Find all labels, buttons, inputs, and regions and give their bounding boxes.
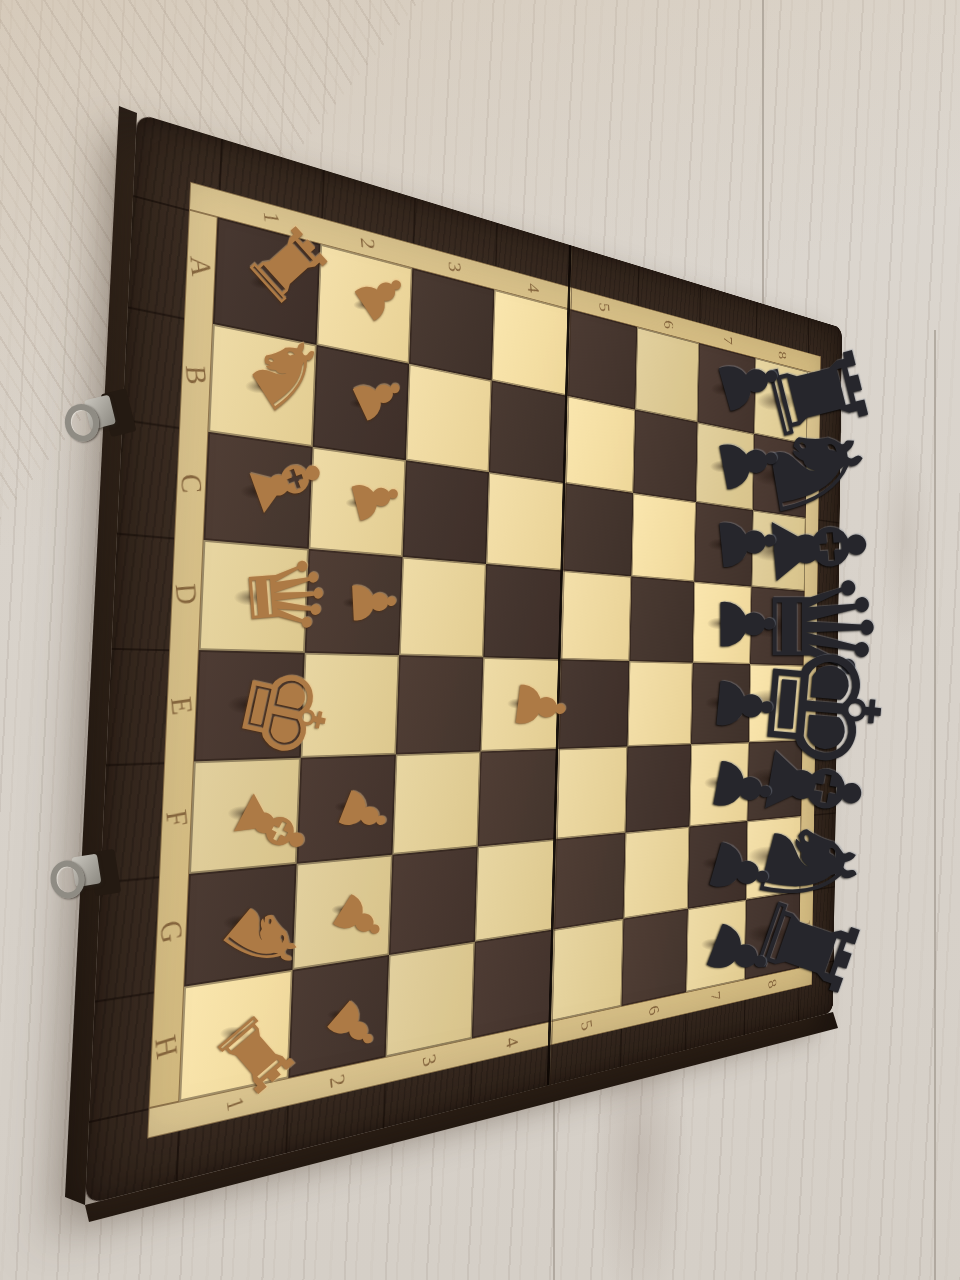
latch-clasp-icon [44, 843, 122, 907]
floor-plank-seam [934, 330, 936, 1280]
photo-scene: AABBCCDDEEFFGGHH1234567812345678 ♜♞♝♛♚♝♞… [0, 0, 960, 1280]
floor-plank-seam [762, 0, 764, 330]
